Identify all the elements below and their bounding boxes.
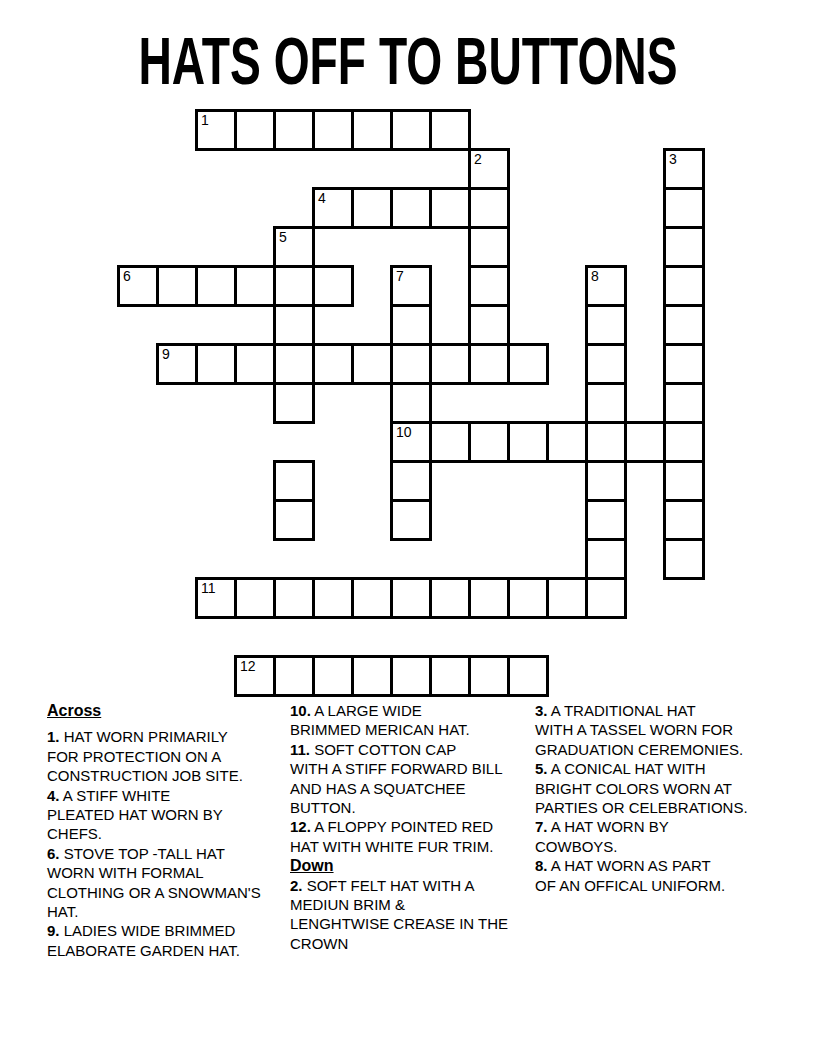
grid-cell[interactable] (312, 343, 354, 385)
clue-number: 3. (535, 702, 548, 719)
clue-10-line-2: BRIMMED MERICAN HAT. (290, 720, 535, 739)
grid-cell[interactable] (663, 499, 705, 541)
grid-cell[interactable] (585, 499, 627, 541)
clue-column-down: 3. A TRADITIONAL HATWITH A TASSEL WORN F… (535, 701, 780, 895)
grid-cell[interactable] (585, 343, 627, 385)
grid-cell[interactable] (429, 343, 471, 385)
clue-9-line-2: ELABORATE GARDEN HAT. (47, 941, 287, 960)
grid-cell[interactable] (546, 421, 588, 463)
clues-heading-across: Across (47, 701, 287, 720)
grid-cell[interactable] (273, 382, 315, 424)
grid-cell[interactable]: 7 (390, 265, 432, 307)
grid-cell[interactable] (468, 187, 510, 229)
clue-7-line-2: COWBOYS. (535, 837, 780, 856)
cell-clue-number: 4 (318, 190, 326, 206)
clue-5-line-1: 5. A CONICAL HAT WITH (535, 759, 780, 778)
clue-number: 10. (290, 702, 311, 719)
clue-column-middle: 10. A LARGE WIDEBRIMMED MERICAN HAT.11. … (290, 701, 535, 953)
clue-number: 6. (47, 845, 60, 862)
grid-cell[interactable] (390, 499, 432, 541)
grid-cell[interactable] (468, 421, 510, 463)
grid-cell[interactable] (351, 343, 393, 385)
grid-cell[interactable] (273, 577, 315, 619)
grid-cell[interactable] (273, 655, 315, 697)
puzzle-title: HATS OFF TO BUTTONS (139, 28, 678, 94)
grid-cell[interactable] (195, 265, 237, 307)
grid-cell[interactable] (234, 343, 276, 385)
grid-cell[interactable] (234, 577, 276, 619)
clue-11-line-2: WITH A STIFF FORWARD BILL (290, 759, 535, 778)
grid-cell[interactable]: 2 (468, 148, 510, 190)
cell-clue-number: 1 (201, 112, 209, 128)
grid-cell[interactable]: 3 (663, 148, 705, 190)
grid-cell[interactable] (390, 655, 432, 697)
grid-cell[interactable] (663, 226, 705, 268)
grid-cell[interactable] (390, 382, 432, 424)
grid-cell[interactable] (351, 655, 393, 697)
grid-cell[interactable] (585, 382, 627, 424)
clue-number: 11. (290, 741, 310, 758)
grid-cell[interactable] (429, 187, 471, 229)
clue-1-line-2: FOR PROTECTION ON A (47, 747, 287, 766)
grid-cell[interactable] (507, 421, 549, 463)
clue-6-line-1: 6. STOVE TOP -TALL HAT (47, 844, 287, 863)
grid-cell[interactable]: 10 (390, 421, 432, 463)
grid-cell[interactable] (468, 343, 510, 385)
grid-cell[interactable] (468, 304, 510, 346)
grid-cell[interactable] (429, 109, 471, 151)
grid-cell[interactable] (312, 577, 354, 619)
clue-6-line-2: WORN WITH FORMAL (47, 863, 287, 882)
cell-clue-number: 11 (201, 580, 216, 596)
grid-cell[interactable] (663, 538, 705, 580)
clue-3-line-3: GRADUATION CEREMONIES. (535, 740, 780, 759)
grid-cell[interactable] (195, 343, 237, 385)
grid-cell[interactable] (390, 460, 432, 502)
grid-cell[interactable] (351, 577, 393, 619)
grid-cell[interactable] (429, 655, 471, 697)
grid-cell[interactable]: 4 (312, 187, 354, 229)
clue-column-across: Across1. HAT WORN PRIMARILYFOR PROTECTIO… (47, 701, 287, 960)
grid-cell[interactable] (312, 265, 354, 307)
clues-heading-down: Down (290, 856, 535, 875)
clue-12-line-1: 12. A FLOPPY POINTED RED (290, 817, 535, 836)
grid-cell[interactable] (156, 265, 198, 307)
clue-11-line-1: 11. SOFT COTTON CAP (290, 740, 535, 759)
grid-cell[interactable] (468, 655, 510, 697)
grid-cell[interactable]: 8 (585, 265, 627, 307)
cell-clue-number: 8 (591, 268, 599, 284)
grid-cell[interactable] (624, 421, 666, 463)
clue-5-line-2: BRIGHT COLORS WORN AT (535, 779, 780, 798)
clue-number: 12. (290, 818, 311, 835)
clue-6-line-4: HAT. (47, 902, 287, 921)
grid-cell[interactable] (585, 460, 627, 502)
cell-clue-number: 12 (240, 658, 256, 674)
grid-cell[interactable] (273, 304, 315, 346)
grid-cell[interactable] (390, 304, 432, 346)
grid-cell[interactable]: 6 (117, 265, 159, 307)
clue-9-line-1: 9. LADIES WIDE BRIMMED (47, 921, 287, 940)
grid-cell[interactable] (663, 187, 705, 229)
clue-1-line-3: CONSTRUCTION JOB SITE. (47, 766, 287, 785)
grid-cell[interactable] (390, 343, 432, 385)
grid-cell[interactable] (663, 382, 705, 424)
grid-cell[interactable] (234, 109, 276, 151)
clue-number: 2. (290, 877, 303, 894)
grid-cell[interactable] (663, 265, 705, 307)
clue-number: 9. (47, 922, 60, 939)
clue-8-line-1: 8. A HAT WORN AS PART (535, 856, 780, 875)
grid-cell[interactable] (351, 109, 393, 151)
grid-cell[interactable]: 12 (234, 655, 276, 697)
grid-cell[interactable] (312, 109, 354, 151)
clue-number: 1. (47, 728, 60, 745)
grid-cell[interactable] (312, 655, 354, 697)
grid-cell[interactable] (507, 343, 549, 385)
clue-11-line-3: AND HAS A SQUATCHEE (290, 779, 535, 798)
clue-number: 8. (535, 857, 548, 874)
grid-cell[interactable] (663, 421, 705, 463)
grid-cell[interactable] (390, 109, 432, 151)
cell-clue-number: 10 (396, 424, 412, 440)
grid-cell[interactable] (468, 265, 510, 307)
cell-clue-number: 7 (396, 268, 404, 284)
grid-cell[interactable] (663, 304, 705, 346)
grid-cell[interactable] (663, 343, 705, 385)
grid-cell[interactable] (507, 577, 549, 619)
clue-4-line-3: CHEFS. (47, 824, 287, 843)
clue-10-line-1: 10. A LARGE WIDE (290, 701, 535, 720)
grid-cell[interactable] (429, 421, 471, 463)
grid-cell[interactable] (585, 538, 627, 580)
clue-2-line-1: 2. SOFT FELT HAT WITH A (290, 876, 535, 895)
grid-cell[interactable] (468, 577, 510, 619)
grid-cell[interactable] (585, 577, 627, 619)
cell-clue-number: 6 (123, 268, 131, 284)
clue-2-line-4: CROWN (290, 934, 535, 953)
clue-4-line-2: PLEATED HAT WORN BY (47, 805, 287, 824)
clue-number: 5. (535, 760, 548, 777)
clue-12-line-2: HAT WITH WHITE FUR TRIM. (290, 837, 535, 856)
grid-cell[interactable] (429, 577, 471, 619)
grid-cell[interactable] (273, 499, 315, 541)
clue-6-line-3: CLOTHING OR A SNOWMAN'S (47, 883, 287, 902)
clue-number: 7. (535, 818, 548, 835)
grid-cell[interactable] (390, 187, 432, 229)
clue-11-line-4: BUTTON. (290, 798, 535, 817)
grid-cell[interactable]: 5 (273, 226, 315, 268)
grid-cell[interactable] (351, 187, 393, 229)
clue-3-line-1: 3. A TRADITIONAL HAT (535, 701, 780, 720)
grid-cell[interactable] (507, 655, 549, 697)
grid-cell[interactable] (234, 265, 276, 307)
grid-cell[interactable] (273, 460, 315, 502)
clue-2-line-3: LENGHTWISE CREASE IN THE (290, 914, 535, 933)
grid-cell[interactable] (663, 460, 705, 502)
cell-clue-number: 9 (162, 346, 170, 362)
clue-3-line-2: WITH A TASSEL WORN FOR (535, 720, 780, 739)
grid-cell[interactable]: 9 (156, 343, 198, 385)
clue-1-line-1: 1. HAT WORN PRIMARILY (47, 727, 287, 746)
grid-cell[interactable] (585, 421, 627, 463)
grid-cell[interactable]: 11 (195, 577, 237, 619)
grid-cell[interactable] (390, 577, 432, 619)
page-header: HATS OFF TO BUTTONS (0, 28, 816, 94)
clue-2-line-2: MEDIUN BRIM & (290, 895, 535, 914)
crossword-grid: 123456789101112 (117, 109, 705, 697)
clue-number: 4. (47, 787, 60, 804)
clue-4-line-1: 4. A STIFF WHITE (47, 786, 287, 805)
clue-7-line-1: 7. A HAT WORN BY (535, 817, 780, 836)
grid-cell[interactable] (546, 577, 588, 619)
clue-8-line-2: OF AN OFFICAL UNIFORM. (535, 876, 780, 895)
grid-cell[interactable] (273, 343, 315, 385)
grid-cell[interactable] (585, 304, 627, 346)
clue-5-line-3: PARTIES OR CELEBRATIONS. (535, 798, 780, 817)
grid-cell[interactable] (273, 109, 315, 151)
grid-cell[interactable]: 1 (195, 109, 237, 151)
cell-clue-number: 5 (279, 229, 287, 245)
cell-clue-number: 3 (669, 151, 677, 167)
grid-cell[interactable] (468, 226, 510, 268)
grid-cell[interactable] (273, 265, 315, 307)
cell-clue-number: 2 (474, 151, 482, 167)
